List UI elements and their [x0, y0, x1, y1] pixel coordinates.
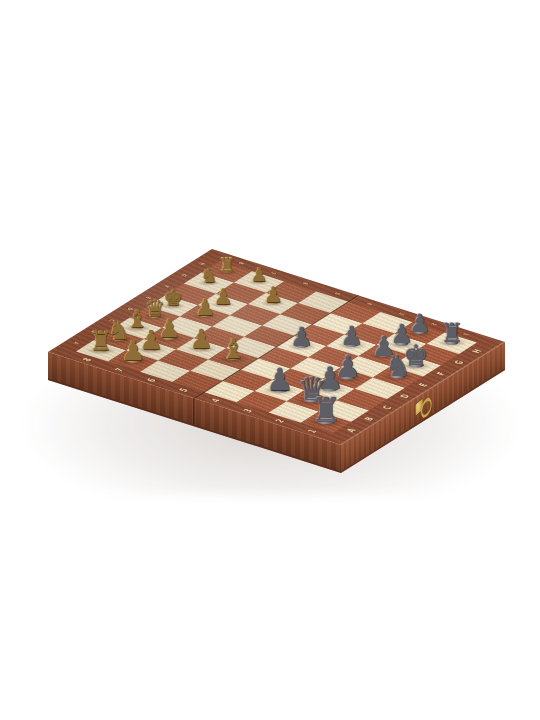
piece-silver-pawn-f3: ♟ [340, 323, 363, 349]
piece-silver-pawn-e4: ♟ [290, 324, 313, 350]
piece-gold-king-e8: ♚ [163, 287, 183, 309]
piece-gold-pawn-f7: ♟ [213, 286, 232, 308]
piece-gold-rook-a8: ♜ [89, 328, 113, 355]
piece-silver-pawn-b3: ♟ [266, 364, 294, 395]
product-photo-scene: AABBCCDDEEFFGGHH1122334455667788 ♜♞♝♛♚♞♜… [0, 0, 540, 720]
piece-gold-bishop-c5: ♝ [221, 335, 246, 362]
piece-gold-knight-g8: ♞ [200, 266, 217, 285]
piece-silver-rook-a1: ♜ [311, 393, 341, 427]
hinge-seam-crack [193, 398, 194, 424]
piece-gold-pawn-e7: ♟ [195, 296, 215, 319]
piece-gold-pawn-a7: ♟ [121, 337, 146, 365]
piece-silver-knight-e1: ♞ [385, 352, 411, 381]
piece-gold-pawn-c6: ♟ [190, 326, 214, 352]
piece-gold-pawn-h7: ♟ [251, 265, 268, 284]
piece-gold-pawn-g6: ♟ [264, 285, 283, 307]
piece-silver-rook-h1: ♜ [440, 321, 463, 347]
piece-gold-rook-h8: ♜ [218, 255, 235, 274]
